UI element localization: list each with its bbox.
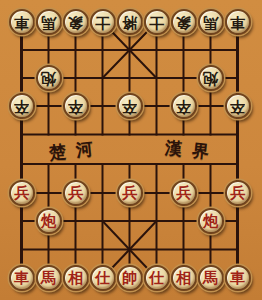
piece-black-horse[interactable]: 馬 — [198, 9, 224, 35]
piece-red-cannon[interactable]: 炮 — [198, 208, 224, 234]
piece-glyph: 炮 — [41, 214, 56, 229]
piece-glyph: 炮 — [203, 71, 218, 86]
piece-glyph: 卒 — [14, 99, 29, 114]
piece-glyph: 卒 — [230, 99, 245, 114]
piece-glyph: 兵 — [176, 186, 191, 201]
piece-glyph: 兵 — [68, 186, 83, 201]
piece-glyph: 炮 — [41, 71, 56, 86]
piece-black-general[interactable]: 將 — [117, 9, 143, 35]
piece-glyph: 炮 — [203, 214, 218, 229]
piece-red-soldier[interactable]: 兵 — [9, 180, 35, 206]
piece-glyph: 帥 — [122, 271, 137, 286]
piece-red-soldier[interactable]: 兵 — [63, 180, 89, 206]
piece-black-soldier[interactable]: 卒 — [63, 93, 89, 119]
piece-red-cannon[interactable]: 炮 — [36, 208, 62, 234]
piece-red-soldier[interactable]: 兵 — [171, 180, 197, 206]
piece-glyph: 象 — [68, 15, 83, 30]
piece-glyph: 車 — [230, 271, 245, 286]
piece-red-chariot[interactable]: 車 — [225, 265, 251, 291]
piece-black-chariot[interactable]: 車 — [225, 9, 251, 35]
piece-glyph: 兵 — [122, 186, 137, 201]
piece-black-advisor[interactable]: 士 — [144, 9, 170, 35]
piece-red-advisor[interactable]: 仕 — [144, 265, 170, 291]
piece-red-chariot[interactable]: 車 — [9, 265, 35, 291]
piece-glyph: 馬 — [203, 15, 218, 30]
piece-red-horse[interactable]: 馬 — [198, 265, 224, 291]
piece-glyph: 相 — [68, 271, 83, 286]
piece-glyph: 馬 — [41, 271, 56, 286]
piece-glyph: 象 — [176, 15, 191, 30]
piece-red-advisor[interactable]: 仕 — [90, 265, 116, 291]
xiangqi-board: 楚河 漢界 車馬象士將士象馬車炮炮卒卒卒卒卒兵兵兵兵兵炮炮車馬相仕帥仕相馬車 — [0, 0, 262, 300]
piece-black-advisor[interactable]: 士 — [90, 9, 116, 35]
piece-glyph: 相 — [176, 271, 191, 286]
piece-red-soldier[interactable]: 兵 — [225, 180, 251, 206]
piece-black-soldier[interactable]: 卒 — [9, 93, 35, 119]
piece-glyph: 將 — [122, 15, 137, 30]
piece-glyph: 卒 — [176, 99, 191, 114]
piece-glyph: 卒 — [68, 99, 83, 114]
piece-glyph: 兵 — [230, 186, 245, 201]
piece-glyph: 車 — [230, 15, 245, 30]
piece-red-elephant[interactable]: 相 — [63, 265, 89, 291]
piece-glyph: 士 — [149, 15, 164, 30]
piece-glyph: 卒 — [122, 99, 137, 114]
piece-black-elephant[interactable]: 象 — [171, 9, 197, 35]
piece-black-chariot[interactable]: 車 — [9, 9, 35, 35]
piece-glyph: 士 — [95, 15, 110, 30]
piece-glyph: 馬 — [203, 271, 218, 286]
piece-black-cannon[interactable]: 炮 — [198, 65, 224, 91]
piece-glyph: 仕 — [149, 271, 164, 286]
piece-black-soldier[interactable]: 卒 — [171, 93, 197, 119]
piece-red-general[interactable]: 帥 — [117, 265, 143, 291]
piece-glyph: 兵 — [14, 186, 29, 201]
piece-red-soldier[interactable]: 兵 — [117, 180, 143, 206]
piece-red-horse[interactable]: 馬 — [36, 265, 62, 291]
piece-glyph: 車 — [14, 15, 29, 30]
piece-glyph: 馬 — [41, 15, 56, 30]
piece-black-cannon[interactable]: 炮 — [36, 65, 62, 91]
piece-red-elephant[interactable]: 相 — [171, 265, 197, 291]
piece-glyph: 仕 — [95, 271, 110, 286]
piece-black-soldier[interactable]: 卒 — [225, 93, 251, 119]
board-grid: 車馬象士將士象馬車炮炮卒卒卒卒卒兵兵兵兵兵炮炮車馬相仕帥仕相馬車 — [8, 8, 251, 292]
piece-black-elephant[interactable]: 象 — [63, 9, 89, 35]
piece-glyph: 車 — [14, 271, 29, 286]
piece-black-horse[interactable]: 馬 — [36, 9, 62, 35]
piece-black-soldier[interactable]: 卒 — [117, 93, 143, 119]
